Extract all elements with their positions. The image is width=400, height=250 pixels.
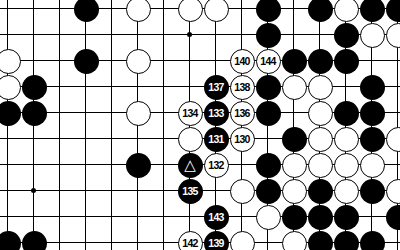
intersection-c13-r8[interactable] (333, 204, 359, 230)
intersection-c11-r1[interactable] (281, 22, 307, 48)
white-stone-move-130: 130 (230, 127, 255, 152)
intersection-c1-r0[interactable] (21, 0, 47, 22)
white-stone (230, 179, 255, 204)
intersection-c2-r4[interactable] (47, 100, 73, 126)
white-stone (256, 205, 281, 230)
black-stone (282, 49, 307, 74)
intersection-c15-r8[interactable] (385, 204, 400, 230)
black-stone-move-139: 139 (204, 231, 229, 250)
white-stone (386, 23, 400, 48)
move-number: 142 (182, 238, 197, 249)
black-stone (22, 101, 47, 126)
intersection-c12-r0[interactable] (307, 0, 333, 22)
intersection-c15-r2[interactable] (385, 48, 400, 74)
intersection-c8-r1[interactable] (203, 22, 229, 48)
black-stone (334, 205, 359, 230)
intersection-c15-r3[interactable] (385, 74, 400, 100)
triangle-marker: △ (184, 157, 196, 172)
intersection-c9-r5[interactable]: 130 (229, 126, 255, 152)
black-stone (256, 101, 281, 126)
intersection-c15-r9[interactable] (385, 230, 400, 250)
white-stone-move-132: 132 (204, 153, 229, 178)
intersection-c13-r0[interactable] (333, 0, 359, 22)
intersection-c12-r1[interactable] (307, 22, 333, 48)
intersection-c4-r6[interactable] (99, 152, 125, 178)
intersection-c5-r5[interactable] (125, 126, 151, 152)
black-stone (334, 231, 359, 250)
intersection-c2-r7[interactable] (47, 178, 73, 204)
intersection-c10-r2[interactable]: 144 (255, 48, 281, 74)
black-stone (74, 0, 99, 22)
intersection-c9-r0[interactable] (229, 0, 255, 22)
black-stone-move-143: 143 (204, 205, 229, 230)
star-point (187, 32, 192, 37)
intersection-c10-r0[interactable] (255, 0, 281, 22)
intersection-c2-r5[interactable] (47, 126, 73, 152)
intersection-c0-r4[interactable] (0, 100, 21, 126)
move-number: 135 (182, 186, 197, 197)
intersection-c14-r3[interactable] (359, 74, 385, 100)
intersection-c0-r3[interactable] (0, 74, 21, 100)
intersection-c8-r3[interactable]: 137 (203, 74, 229, 100)
intersection-c9-r4[interactable]: 136 (229, 100, 255, 126)
white-stone (178, 0, 203, 22)
move-number: 143 (208, 212, 223, 223)
intersection-c8-r9[interactable]: 139 (203, 230, 229, 250)
black-stone (334, 49, 359, 74)
intersection-c3-r2[interactable] (73, 48, 99, 74)
intersection-c5-r0[interactable] (125, 0, 151, 22)
black-stone-move-131: 131 (204, 127, 229, 152)
intersection-c6-r0[interactable] (151, 0, 177, 22)
black-stone (22, 231, 47, 250)
white-stone (178, 127, 203, 152)
black-stone (308, 49, 333, 74)
black-stone (308, 205, 333, 230)
intersection-c7-r9[interactable]: 142 (177, 230, 203, 250)
black-stone (360, 75, 385, 100)
intersection-c7-r7[interactable]: 135 (177, 178, 203, 204)
black-stone (360, 0, 385, 22)
white-stone (308, 153, 333, 178)
move-number: 132 (208, 160, 223, 171)
intersection-c4-r4[interactable] (99, 100, 125, 126)
white-stone (0, 75, 21, 100)
intersection-c11-r0[interactable] (281, 0, 307, 22)
intersection-c13-r7[interactable] (333, 178, 359, 204)
white-stone-move-140: 140 (230, 49, 255, 74)
black-stone-move-135: 135 (178, 179, 203, 204)
intersection-c6-r5[interactable] (151, 126, 177, 152)
intersection-c4-r9[interactable] (99, 230, 125, 250)
white-stone (126, 101, 151, 126)
white-stone (334, 0, 359, 22)
white-stone (282, 75, 307, 100)
intersection-c0-r7[interactable] (0, 178, 21, 204)
black-stone (0, 101, 21, 126)
intersection-c9-r9[interactable] (229, 230, 255, 250)
intersection-c6-r1[interactable] (151, 22, 177, 48)
intersection-c11-r3[interactable] (281, 74, 307, 100)
black-stone (282, 127, 307, 152)
intersection-c12-r7[interactable] (307, 178, 333, 204)
intersection-c0-r8[interactable] (0, 204, 21, 230)
intersection-c2-r1[interactable] (47, 22, 73, 48)
intersection-c0-r5[interactable] (0, 126, 21, 152)
intersection-c12-r6[interactable] (307, 152, 333, 178)
intersection-c14-r1[interactable] (359, 22, 385, 48)
intersection-c10-r1[interactable] (255, 22, 281, 48)
white-stone (282, 179, 307, 204)
intersection-c13-r6[interactable] (333, 152, 359, 178)
intersection-c4-r3[interactable] (99, 74, 125, 100)
intersection-c11-r9[interactable] (281, 230, 307, 250)
intersection-c8-r5[interactable]: 131 (203, 126, 229, 152)
black-stone (74, 49, 99, 74)
intersection-c6-r4[interactable] (151, 100, 177, 126)
intersection-c14-r9[interactable] (359, 230, 385, 250)
black-stone (126, 153, 151, 178)
intersection-c4-r5[interactable] (99, 126, 125, 152)
intersection-c1-r7[interactable] (21, 178, 47, 204)
intersection-c4-r1[interactable] (99, 22, 125, 48)
intersection-c1-r1[interactable] (21, 22, 47, 48)
intersection-c0-r2[interactable] (0, 48, 21, 74)
intersection-c5-r2[interactable] (125, 48, 151, 74)
intersection-c10-r4[interactable] (255, 100, 281, 126)
move-number: 134 (182, 108, 197, 119)
white-stone-move-142: 142 (178, 231, 203, 250)
intersection-c3-r3[interactable] (73, 74, 99, 100)
intersection-c10-r3[interactable] (255, 74, 281, 100)
intersection-c3-r9[interactable] (73, 230, 99, 250)
white-stone (334, 153, 359, 178)
intersection-c15-r4[interactable] (385, 100, 400, 126)
black-stone (22, 75, 47, 100)
intersection-c0-r1[interactable] (0, 22, 21, 48)
intersection-c2-r2[interactable] (47, 48, 73, 74)
intersection-c14-r6[interactable] (359, 152, 385, 178)
intersection-c13-r9[interactable] (333, 230, 359, 250)
intersection-c0-r9[interactable] (0, 230, 21, 250)
black-stone (308, 0, 333, 22)
intersection-c15-r7[interactable] (385, 178, 400, 204)
intersection-c1-r2[interactable] (21, 48, 47, 74)
intersection-c1-r5[interactable] (21, 126, 47, 152)
intersection-c13-r4[interactable] (333, 100, 359, 126)
intersection-c3-r1[interactable] (73, 22, 99, 48)
intersection-c14-r7[interactable] (359, 178, 385, 204)
intersection-c9-r8[interactable] (229, 204, 255, 230)
white-stone-move-144: 144 (256, 49, 281, 74)
intersection-c7-r6[interactable]: △ (177, 152, 203, 178)
black-stone (334, 23, 359, 48)
intersection-c0-r6[interactable] (0, 152, 21, 178)
intersection-c15-r6[interactable] (385, 152, 400, 178)
intersection-c4-r2[interactable] (99, 48, 125, 74)
intersection-c8-r7[interactable] (203, 178, 229, 204)
intersection-c7-r0[interactable] (177, 0, 203, 22)
intersection-c3-r6[interactable] (73, 152, 99, 178)
black-stone (360, 179, 385, 204)
intersection-c12-r9[interactable] (307, 230, 333, 250)
white-stone (386, 127, 400, 152)
move-number: 136 (234, 108, 249, 119)
intersection-c6-r2[interactable] (151, 48, 177, 74)
intersection-c7-r3[interactable] (177, 74, 203, 100)
go-board-grid: 140144137138134133136131130△132135143142… (0, 0, 400, 250)
intersection-c9-r3[interactable]: 138 (229, 74, 255, 100)
intersection-c5-r4[interactable] (125, 100, 151, 126)
intersection-c1-r6[interactable] (21, 152, 47, 178)
white-stone (360, 23, 385, 48)
intersection-c14-r5[interactable] (359, 126, 385, 152)
white-stone (230, 231, 255, 250)
black-stone-move-137: 137 (204, 75, 229, 100)
intersection-c5-r7[interactable] (125, 178, 151, 204)
intersection-c14-r0[interactable] (359, 0, 385, 22)
move-number: 137 (208, 82, 223, 93)
black-stone (256, 23, 281, 48)
intersection-c5-r8[interactable] (125, 204, 151, 230)
intersection-c8-r8[interactable]: 143 (203, 204, 229, 230)
intersection-c8-r4[interactable]: 133 (203, 100, 229, 126)
black-stone (282, 205, 307, 230)
intersection-c12-r5[interactable] (307, 126, 333, 152)
intersection-c3-r5[interactable] (73, 126, 99, 152)
intersection-c12-r2[interactable] (307, 48, 333, 74)
intersection-c10-r7[interactable] (255, 178, 281, 204)
intersection-c11-r5[interactable] (281, 126, 307, 152)
intersection-c10-r5[interactable] (255, 126, 281, 152)
move-number: 133 (208, 108, 223, 119)
white-stone (308, 101, 333, 126)
intersection-c0-r0[interactable] (0, 0, 21, 22)
black-stone (386, 0, 400, 22)
intersection-c14-r2[interactable] (359, 48, 385, 74)
intersection-c1-r4[interactable] (21, 100, 47, 126)
go-board: 140144137138134133136131130△132135143142… (0, 0, 400, 250)
black-stone (308, 231, 333, 250)
white-stone (126, 49, 151, 74)
intersection-c5-r6[interactable] (125, 152, 151, 178)
intersection-c7-r2[interactable] (177, 48, 203, 74)
intersection-c8-r6[interactable]: 132 (203, 152, 229, 178)
intersection-c8-r0[interactable] (203, 0, 229, 22)
black-stone (0, 231, 21, 250)
intersection-c10-r6[interactable] (255, 152, 281, 178)
move-number: 131 (208, 134, 223, 145)
black-stone-triangle-marked: △ (178, 153, 203, 178)
intersection-c2-r0[interactable] (47, 0, 73, 22)
intersection-c2-r9[interactable] (47, 230, 73, 250)
intersection-c5-r1[interactable] (125, 22, 151, 48)
intersection-c15-r1[interactable] (385, 22, 400, 48)
intersection-c14-r8[interactable] (359, 204, 385, 230)
intersection-c2-r3[interactable] (47, 74, 73, 100)
intersection-c6-r7[interactable] (151, 178, 177, 204)
white-stone (334, 179, 359, 204)
intersection-c4-r8[interactable] (99, 204, 125, 230)
intersection-c9-r6[interactable] (229, 152, 255, 178)
intersection-c5-r3[interactable] (125, 74, 151, 100)
black-stone (256, 0, 281, 22)
intersection-c9-r2[interactable]: 140 (229, 48, 255, 74)
white-stone (334, 127, 359, 152)
intersection-c8-r2[interactable] (203, 48, 229, 74)
intersection-c1-r9[interactable] (21, 230, 47, 250)
move-number: 144 (260, 56, 275, 67)
white-stone (308, 75, 333, 100)
intersection-c6-r8[interactable] (151, 204, 177, 230)
intersection-c6-r9[interactable] (151, 230, 177, 250)
black-stone (386, 205, 400, 230)
intersection-c6-r3[interactable] (151, 74, 177, 100)
move-number: 138 (234, 82, 249, 93)
black-stone-move-133: 133 (204, 101, 229, 126)
intersection-c12-r4[interactable] (307, 100, 333, 126)
intersection-c10-r8[interactable] (255, 204, 281, 230)
black-stone (256, 75, 281, 100)
intersection-c11-r6[interactable] (281, 152, 307, 178)
intersection-c3-r7[interactable] (73, 178, 99, 204)
black-stone (256, 179, 281, 204)
intersection-c11-r8[interactable] (281, 204, 307, 230)
intersection-c6-r6[interactable] (151, 152, 177, 178)
intersection-c13-r5[interactable] (333, 126, 359, 152)
intersection-c14-r4[interactable] (359, 100, 385, 126)
intersection-c3-r0[interactable] (73, 0, 99, 22)
move-number: 140 (234, 56, 249, 67)
intersection-c13-r3[interactable] (333, 74, 359, 100)
intersection-c1-r8[interactable] (21, 204, 47, 230)
white-stone (282, 153, 307, 178)
intersection-c9-r1[interactable] (229, 22, 255, 48)
white-stone-move-134: 134 (178, 101, 203, 126)
intersection-c7-r5[interactable] (177, 126, 203, 152)
white-stone (386, 179, 400, 204)
intersection-c12-r8[interactable] (307, 204, 333, 230)
move-number: 130 (234, 134, 249, 145)
intersection-c4-r7[interactable] (99, 178, 125, 204)
intersection-c7-r8[interactable] (177, 204, 203, 230)
intersection-c11-r2[interactable] (281, 48, 307, 74)
intersection-c9-r7[interactable] (229, 178, 255, 204)
intersection-c13-r1[interactable] (333, 22, 359, 48)
white-stone (308, 127, 333, 152)
intersection-c7-r4[interactable]: 134 (177, 100, 203, 126)
intersection-c2-r8[interactable] (47, 204, 73, 230)
black-stone (308, 179, 333, 204)
intersection-c13-r2[interactable] (333, 48, 359, 74)
intersection-c5-r9[interactable] (125, 230, 151, 250)
black-stone (360, 101, 385, 126)
intersection-c10-r9[interactable] (255, 230, 281, 250)
intersection-c3-r4[interactable] (73, 100, 99, 126)
intersection-c3-r8[interactable] (73, 204, 99, 230)
move-number: 139 (208, 238, 223, 249)
intersection-c2-r6[interactable] (47, 152, 73, 178)
white-stone (204, 0, 229, 22)
intersection-c11-r7[interactable] (281, 178, 307, 204)
intersection-c1-r3[interactable] (21, 74, 47, 100)
intersection-c15-r0[interactable] (385, 0, 400, 22)
white-stone-move-136: 136 (230, 101, 255, 126)
white-stone-move-138: 138 (230, 75, 255, 100)
white-stone (0, 49, 21, 74)
white-stone (126, 0, 151, 22)
black-stone (334, 101, 359, 126)
intersection-c15-r5[interactable] (385, 126, 400, 152)
black-stone (360, 231, 385, 250)
white-stone (282, 231, 307, 250)
intersection-c11-r4[interactable] (281, 100, 307, 126)
intersection-c4-r0[interactable] (99, 0, 125, 22)
white-stone (360, 153, 385, 178)
intersection-c7-r1[interactable] (177, 22, 203, 48)
star-point (31, 188, 36, 193)
black-stone (256, 153, 281, 178)
black-stone (360, 127, 385, 152)
intersection-c12-r3[interactable] (307, 74, 333, 100)
